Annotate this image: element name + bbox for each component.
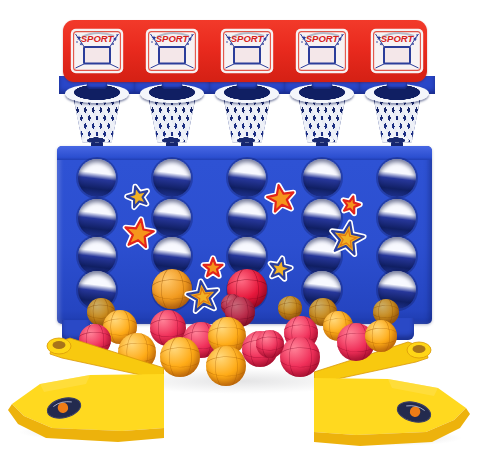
target-square [159,47,185,64]
orange-ball [160,337,200,377]
target-square [234,47,260,64]
star-sticker-gold [182,276,224,322]
sport-label: SPORT [381,33,415,44]
sport-label: SPORT [81,33,115,44]
star-sticker-orange [262,180,300,222]
sport-label: SPORT [306,33,340,44]
target-square [84,47,110,64]
grid-hole-r3c5 [378,237,416,275]
basketball-hoop [142,76,202,156]
red-ball [280,337,320,377]
orange-ball [206,346,246,386]
sport-label: SPORT [156,33,190,44]
basketball-backboard: SPORT [145,28,199,74]
star-sticker-gold [325,217,369,265]
grid-hole-r1c2 [153,159,191,197]
grid-hole-r3c1 [78,237,116,275]
basketball-connect-four-photo: SPORTSPORTSPORTSPORTSPORT [0,0,480,461]
basketball-hoop [67,76,127,156]
basketball-hoop [367,76,427,156]
grid-hole-r2c1 [78,199,116,237]
basketball-hoop [292,76,352,156]
star-sticker-gold [264,253,296,289]
board-top-ledge [57,146,432,160]
sport-label: SPORT [231,33,265,44]
red-ball [256,330,284,358]
right-launcher [314,338,472,450]
grid-hole-r2c3 [228,199,266,237]
star-sticker-orange [119,214,159,258]
grid-hole-r2c5 [378,199,416,237]
basketball-backboard: SPORT [220,28,274,74]
left-launcher [6,334,164,446]
backboard-panel: SPORTSPORTSPORTSPORTSPORT [63,20,427,82]
grid-hole-r1c4 [303,159,341,197]
orange-ball [365,320,397,352]
basketball-backboard: SPORT [370,28,424,74]
grid-hole-r1c5 [378,159,416,197]
basketball-backboard: SPORT [295,28,349,74]
grid-hole-r1c3 [228,159,266,197]
basketball-backboard: SPORT [70,28,124,74]
grid-hole-r1c1 [78,159,116,197]
target-square [384,47,410,64]
star-sticker-gold [122,181,154,217]
target-square [309,47,335,64]
basketball-hoop [217,76,277,156]
